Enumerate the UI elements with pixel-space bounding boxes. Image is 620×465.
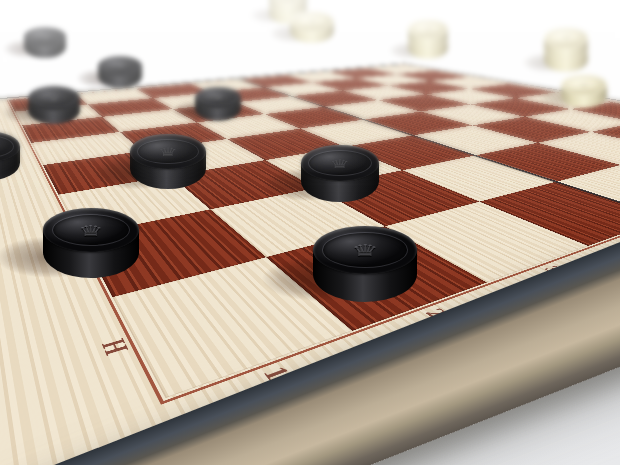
checker-disc: ♛ (98, 56, 142, 88)
checker-top: ♛ (561, 74, 608, 95)
checker-disc: ♛ (0, 131, 20, 181)
photo-of-checkers-board: H123 ♛♛♛♛♛♛♛♛♛♛♛♛♛♛♛♛♛ (0, 0, 620, 465)
checker-top: ♛ (130, 134, 206, 169)
crown-icon: ♛ (47, 94, 61, 102)
checker-disc: ♛ (130, 134, 206, 189)
crown-icon: ♛ (114, 63, 126, 70)
crown-icon: ♛ (158, 146, 178, 158)
crown-icon: ♛ (560, 35, 572, 42)
checker-top: ♛ (290, 11, 333, 31)
checker-disc: ♛ (561, 74, 608, 108)
checker-disc: ♛ (313, 226, 417, 302)
checker-top: ♛ (544, 27, 589, 48)
crown-icon: ♛ (423, 26, 434, 32)
checker-top: ♛ (408, 19, 448, 37)
checker-disc: ♛ (24, 27, 67, 58)
checker-disc: ♛ (544, 27, 589, 60)
checker-disc: ♛ (43, 208, 139, 278)
checker-top: ♛ (195, 87, 241, 108)
crown-icon: ♛ (578, 81, 591, 88)
crown-icon: ♛ (306, 18, 318, 25)
checker-disc: ♛ (290, 11, 333, 43)
checker-top: ♛ (301, 145, 378, 181)
checker-disc: ♛ (195, 87, 241, 121)
checker-top: ♛ (28, 86, 81, 110)
crown-icon: ♛ (351, 243, 379, 259)
scene: H123 ♛♛♛♛♛♛♛♛♛♛♛♛♛♛♛♛♛ (0, 0, 620, 465)
checker-top: ♛ (43, 208, 139, 252)
crown-icon: ♛ (212, 94, 224, 101)
crown-icon: ♛ (330, 158, 351, 170)
crown-icon: ♛ (78, 224, 104, 239)
checker-disc: ♛ (28, 86, 81, 124)
checker-top: ♛ (313, 226, 417, 274)
checker-disc: ♛ (301, 145, 378, 201)
checker-disc: ♛ (408, 19, 448, 48)
crown-icon: ♛ (39, 33, 51, 40)
